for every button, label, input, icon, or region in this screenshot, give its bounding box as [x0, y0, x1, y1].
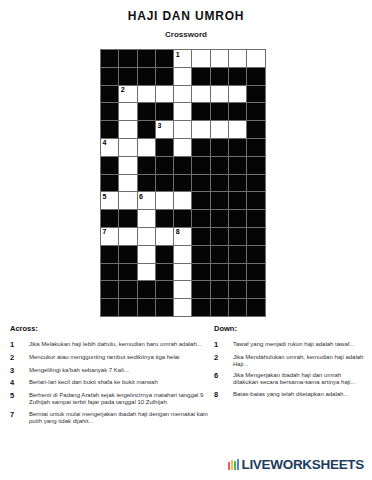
- cell-r15c3: [138, 299, 155, 316]
- cell-r5c1: [101, 121, 118, 138]
- cell-r10c6: [192, 210, 209, 227]
- cell-number: 6: [139, 193, 143, 200]
- cell-r6c2[interactable]: [119, 139, 136, 156]
- cell-r14c1: [101, 281, 118, 298]
- cell-r13c5[interactable]: [174, 264, 191, 281]
- cell-r7c3: [138, 157, 155, 174]
- down-clue-list: 1Tawaf yang menjadi rukun haji adalah ta…: [214, 341, 366, 399]
- cell-r7c9: [247, 157, 264, 174]
- crossword-grid: 12345678: [100, 49, 266, 317]
- cell-r6c9: [247, 139, 264, 156]
- cell-number: 5: [103, 193, 107, 200]
- liveworksheets-grid-icon: [228, 459, 240, 470]
- cell-r3c2[interactable]: 2: [119, 86, 136, 103]
- cell-r5c6[interactable]: [192, 121, 209, 138]
- clue-number: 5: [10, 392, 29, 406]
- cell-r7c6: [192, 157, 209, 174]
- cell-r12c6: [192, 246, 209, 263]
- cell-r7c8: [229, 157, 246, 174]
- cell-r4c3: [138, 103, 155, 120]
- cell-r3c1: [101, 86, 118, 103]
- cell-r10c1: [101, 210, 118, 227]
- clue-text: Jika Mengerjakan ibadah haji dan umrah d…: [233, 372, 366, 386]
- clue-row: 2Jika Mendahulukan umrah, kemudian haji …: [214, 354, 366, 368]
- page-subtitle: Crossword: [0, 30, 372, 39]
- cell-r9c3[interactable]: 6: [138, 192, 155, 209]
- cell-r1c3: [138, 50, 155, 67]
- page-title: HAJI DAN UMROH: [0, 9, 372, 23]
- cell-r2c4: [156, 68, 173, 85]
- cell-r12c2: [119, 246, 136, 263]
- cell-r1c9[interactable]: [247, 50, 264, 67]
- cell-r14c6: [192, 281, 209, 298]
- clue-row: 4Berlari-lari kecil dari bukit shafa ke …: [10, 379, 209, 387]
- clue-row: 5Berhenti di Padang Arafah sejak tergeli…: [10, 392, 209, 406]
- cell-number: 1: [176, 51, 180, 58]
- clue-text: Jika Mendahulukan umrah, kemudian haji a…: [233, 354, 366, 368]
- clue-number: 7: [10, 411, 29, 425]
- cell-r12c1: [101, 246, 118, 263]
- cell-number: 7: [103, 228, 107, 235]
- cell-r15c5[interactable]: [174, 299, 191, 316]
- cell-r5c3: [138, 121, 155, 138]
- cell-r2c2: [119, 68, 136, 85]
- cell-r9c2[interactable]: [119, 192, 136, 209]
- cell-r11c8: [229, 228, 246, 245]
- cell-r9c4[interactable]: [156, 192, 173, 209]
- cell-r5c2[interactable]: [119, 121, 136, 138]
- cell-r3c9: [247, 86, 264, 103]
- clue-row: 6Jika Mengerjakan ibadah haji dan umrah …: [214, 372, 366, 386]
- down-heading: Down:: [214, 324, 366, 333]
- cell-r2c1: [101, 68, 118, 85]
- cell-r13c1: [101, 264, 118, 281]
- cell-r8c5: [174, 175, 191, 192]
- cell-r11c6: [192, 228, 209, 245]
- logo-bar: [228, 462, 230, 470]
- logo-bar: [234, 461, 236, 470]
- cell-r5c4[interactable]: 3: [156, 121, 173, 138]
- cell-r14c5[interactable]: [174, 281, 191, 298]
- cell-r11c5[interactable]: 8: [174, 228, 191, 245]
- cell-r6c8: [229, 139, 246, 156]
- cell-r1c2: [119, 50, 136, 67]
- clue-row: 1Jika Melakukan haji lebih dahulu, kemud…: [10, 341, 209, 349]
- cell-r15c8: [229, 299, 246, 316]
- cell-r10c3[interactable]: [138, 210, 155, 227]
- logo-bar: [231, 460, 233, 470]
- cell-r11c3[interactable]: [138, 228, 155, 245]
- cell-r3c8[interactable]: [229, 86, 246, 103]
- cell-r1c8[interactable]: [229, 50, 246, 67]
- cell-r9c6: [192, 192, 209, 209]
- cell-number: 8: [176, 228, 180, 235]
- cell-r11c9: [247, 228, 264, 245]
- clue-text: Tawaf yang menjadi rukun haji adalah taw…: [233, 341, 366, 349]
- cell-r6c6: [192, 139, 209, 156]
- cell-r9c7: [211, 192, 228, 209]
- across-heading: Across:: [10, 324, 209, 333]
- cell-r15c2: [119, 299, 136, 316]
- cell-r4c7: [211, 103, 228, 120]
- cell-r14c2: [119, 281, 136, 298]
- cell-r8c9: [247, 175, 264, 192]
- cell-r11c2[interactable]: [119, 228, 136, 245]
- cell-r2c9: [247, 68, 264, 85]
- cell-r13c7: [211, 264, 228, 281]
- cell-r13c9: [247, 264, 264, 281]
- clue-number: 2: [214, 354, 233, 368]
- clue-number: 8: [214, 391, 233, 399]
- cell-r13c4: [156, 264, 173, 281]
- clue-row: 7Berniat untuk mulai mengerjakan ibadah …: [10, 411, 209, 425]
- cell-r1c1: [101, 50, 118, 67]
- cell-r2c6: [192, 68, 209, 85]
- cell-r7c2[interactable]: [119, 157, 136, 174]
- cell-r9c5[interactable]: [174, 192, 191, 209]
- cell-r15c9: [247, 299, 264, 316]
- cell-r12c5[interactable]: [174, 246, 191, 263]
- cell-r12c3[interactable]: [138, 246, 155, 263]
- cell-r7c7: [211, 157, 228, 174]
- cell-r6c7: [211, 139, 228, 156]
- cell-r13c2: [119, 264, 136, 281]
- cell-r4c2[interactable]: [119, 103, 136, 120]
- cell-r14c7: [211, 281, 228, 298]
- cell-r2c5[interactable]: [174, 68, 191, 85]
- cell-r7c1: [101, 157, 118, 174]
- cell-r10c4: [156, 210, 173, 227]
- cell-r13c6: [192, 264, 209, 281]
- cell-r9c9: [247, 192, 264, 209]
- cell-r15c4: [156, 299, 173, 316]
- cell-number: 3: [157, 122, 161, 129]
- cell-r9c8: [229, 192, 246, 209]
- cell-r14c9: [247, 281, 264, 298]
- cell-r9c1[interactable]: 5: [101, 192, 118, 209]
- cell-r10c9: [247, 210, 264, 227]
- clue-number: 6: [214, 372, 233, 386]
- cell-r13c8: [229, 264, 246, 281]
- cell-r11c4[interactable]: [156, 228, 173, 245]
- cell-r12c4: [156, 246, 173, 263]
- cell-r12c7: [211, 246, 228, 263]
- down-clues-section: Down: 1Tawaf yang menjadi rukun haji ada…: [214, 324, 366, 404]
- logo-bar: [237, 459, 239, 470]
- cell-r4c1: [101, 103, 118, 120]
- cell-r2c8: [229, 68, 246, 85]
- cell-r10c7: [211, 210, 228, 227]
- cell-r1c5[interactable]: 1: [174, 50, 191, 67]
- clue-text: Jika Melakukan haji lebih dahulu, kemudi…: [29, 341, 209, 349]
- cell-r10c2: [119, 210, 136, 227]
- cell-r1c4: [156, 50, 173, 67]
- clue-row: 3Mengelilingi ka'bah sebanyak 7 Kali...: [10, 367, 209, 375]
- clue-number: 3: [10, 367, 29, 375]
- clue-text: Mencukur atau menggunting rambut sedikit…: [29, 354, 209, 362]
- cell-r8c6: [192, 175, 209, 192]
- cell-r3c3[interactable]: [138, 86, 155, 103]
- cell-r8c1: [101, 175, 118, 192]
- cell-r7c5: [174, 157, 191, 174]
- liveworksheets-brand-name: LIVEWORKSHEETS: [241, 457, 364, 472]
- cell-r3c6[interactable]: [192, 86, 209, 103]
- clue-number: 1: [214, 341, 233, 349]
- cell-r6c4: [156, 139, 173, 156]
- cell-r8c4: [156, 175, 173, 192]
- cell-r5c7[interactable]: [211, 121, 228, 138]
- cell-r4c6: [192, 103, 209, 120]
- cell-r4c5[interactable]: [174, 103, 191, 120]
- cell-r3c5[interactable]: [174, 86, 191, 103]
- clue-text: Batas-batas yang telah ditetapkan adalah…: [233, 391, 366, 399]
- cell-r5c5[interactable]: [174, 121, 191, 138]
- cell-r2c3: [138, 68, 155, 85]
- cell-r1c6[interactable]: [192, 50, 209, 67]
- cell-number: 2: [121, 86, 125, 93]
- clue-text: Berlari-lari kecil dari bukit shafa ke b…: [29, 379, 209, 387]
- cell-r4c8: [229, 103, 246, 120]
- cell-r13c3[interactable]: [138, 264, 155, 281]
- cell-r12c9: [247, 246, 264, 263]
- cell-r1c7[interactable]: [211, 50, 228, 67]
- cell-r8c2[interactable]: [119, 175, 136, 192]
- cell-r10c8: [229, 210, 246, 227]
- cell-r4c9: [247, 103, 264, 120]
- cell-r5c8[interactable]: [229, 121, 246, 138]
- cell-r11c7: [211, 228, 228, 245]
- cell-r3c4[interactable]: [156, 86, 173, 103]
- clue-number: 1: [10, 341, 29, 349]
- clue-text: Berniat untuk mulai mengerjakan ibadah h…: [29, 411, 209, 425]
- cell-r2c7: [211, 68, 228, 85]
- across-clue-list: 1Jika Melakukan haji lebih dahulu, kemud…: [10, 341, 209, 425]
- clue-row: 1Tawaf yang menjadi rukun haji adalah ta…: [214, 341, 366, 349]
- cell-r14c3: [138, 281, 155, 298]
- cell-r4c4: [156, 103, 173, 120]
- cell-r15c7: [211, 299, 228, 316]
- across-clues-section: Across: 1Jika Melakukan haji lebih dahul…: [10, 324, 209, 429]
- clue-number: 2: [10, 354, 29, 362]
- clue-row: 8Batas-batas yang telah ditetapkan adala…: [214, 391, 366, 399]
- cell-r15c6: [192, 299, 209, 316]
- cell-r5c9: [247, 121, 264, 138]
- clue-row: 2Mencukur atau menggunting rambut sediki…: [10, 354, 209, 362]
- liveworksheets-logo[interactable]: LIVEWORKSHEETS: [228, 455, 364, 473]
- cell-r8c7: [211, 175, 228, 192]
- clue-number: 4: [10, 379, 29, 387]
- cell-r12c8: [229, 246, 246, 263]
- cell-r3c7[interactable]: [211, 86, 228, 103]
- clue-text: Berhenti di Padang Arafah sejak tergelin…: [29, 392, 209, 406]
- cell-number: 4: [103, 139, 107, 146]
- cell-r6c3[interactable]: [138, 139, 155, 156]
- cell-r10c5: [174, 210, 191, 227]
- cell-r14c8: [229, 281, 246, 298]
- cell-r11c1[interactable]: 7: [101, 228, 118, 245]
- cell-r8c3: [138, 175, 155, 192]
- cell-r6c5[interactable]: [174, 139, 191, 156]
- cell-r15c1: [101, 299, 118, 316]
- cell-r6c1[interactable]: 4: [101, 139, 118, 156]
- clue-text: Mengelilingi ka'bah sebanyak 7 Kali...: [29, 367, 209, 375]
- cell-r7c4: [156, 157, 173, 174]
- cell-r8c8: [229, 175, 246, 192]
- cell-r14c4: [156, 281, 173, 298]
